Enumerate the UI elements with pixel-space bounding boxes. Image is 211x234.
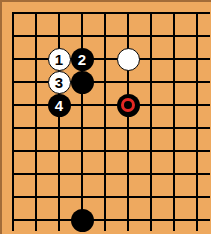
- move-number-label: 3: [55, 75, 63, 90]
- grid-line-vertical: [58, 12, 59, 231]
- grid-line-vertical: [81, 12, 82, 231]
- grid-line-vertical: [150, 12, 151, 231]
- stone-white-move-1[interactable]: 1: [48, 48, 71, 71]
- grid-line-horizontal: [12, 219, 210, 220]
- grid-line-horizontal: [12, 196, 210, 197]
- stone-black-move-2[interactable]: 2: [71, 48, 94, 71]
- grid-line-horizontal: [12, 104, 210, 105]
- stone-black[interactable]: [71, 71, 94, 94]
- grid-line-vertical: [127, 12, 128, 231]
- grid-line-horizontal: [12, 81, 210, 82]
- grid-line-horizontal: [12, 150, 210, 151]
- grid-line-horizontal: [12, 35, 210, 36]
- go-diagram: 1234: [0, 0, 211, 234]
- stone-black-marked[interactable]: [117, 94, 140, 117]
- stone-black[interactable]: [71, 209, 94, 232]
- grid-line-horizontal: [12, 58, 210, 59]
- go-board[interactable]: 1234: [0, 0, 211, 234]
- grid-line-vertical: [12, 12, 13, 231]
- grid-line-horizontal: [12, 12, 210, 13]
- grid-line-vertical: [196, 12, 197, 231]
- circle-mark-icon: [121, 98, 135, 112]
- grid-line-horizontal: [12, 173, 210, 174]
- grid-line-horizontal: [12, 127, 210, 128]
- grid-line-vertical: [35, 12, 36, 231]
- grid-line-vertical: [173, 12, 174, 231]
- stone-black-move-4[interactable]: 4: [48, 94, 71, 117]
- stone-white[interactable]: [117, 48, 140, 71]
- grid-line-vertical: [104, 12, 105, 231]
- move-number-label: 4: [55, 98, 63, 113]
- stone-white-move-3[interactable]: 3: [48, 71, 71, 94]
- move-number-label: 1: [55, 52, 63, 67]
- board-frame-top-edge: [0, 0, 211, 2]
- move-number-label: 2: [78, 52, 86, 67]
- board-frame-left-edge: [0, 0, 2, 234]
